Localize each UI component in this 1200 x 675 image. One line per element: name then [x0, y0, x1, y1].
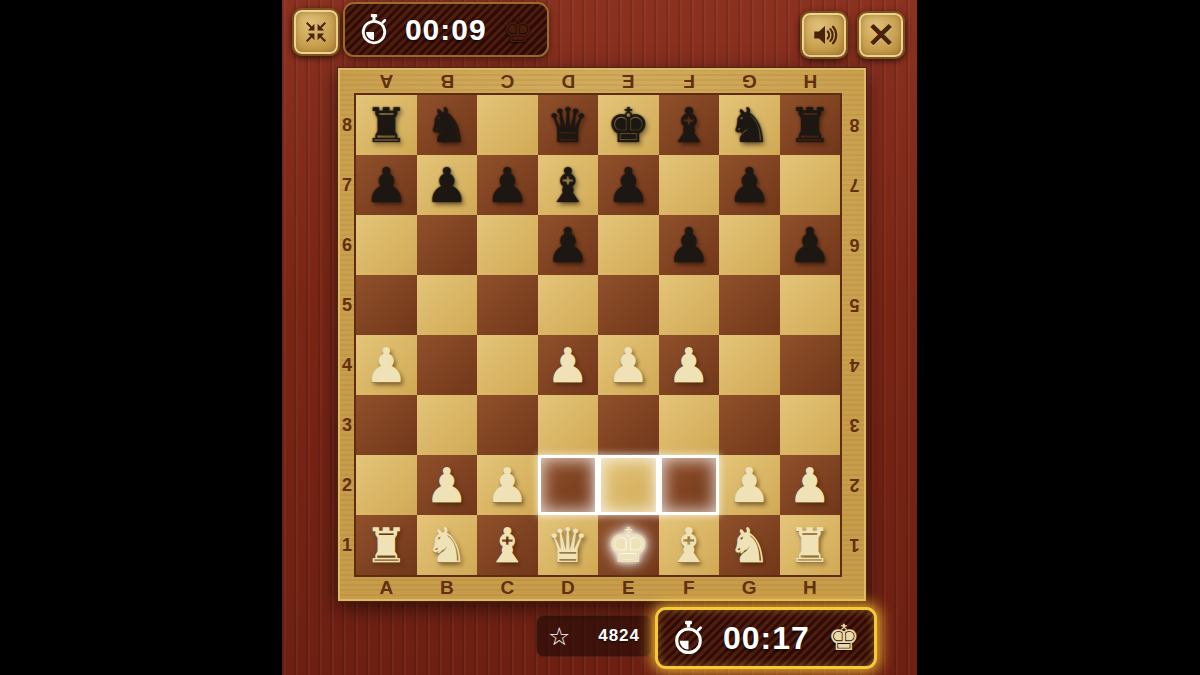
- square-g8[interactable]: ♞: [719, 95, 780, 155]
- piece-white-pawn[interactable]: ♟: [788, 461, 831, 509]
- wood-background: 00:09 ♚ ✕ ABCDEFGH ABCDEFGH 87654321 876…: [282, 0, 917, 675]
- coord-label: 6: [338, 215, 356, 275]
- square-c2[interactable]: ♟: [477, 455, 538, 515]
- square-h6[interactable]: ♟: [780, 215, 841, 275]
- piece-white-queen[interactable]: ♛: [546, 521, 589, 569]
- square-a6[interactable]: [356, 215, 417, 275]
- coord-label: E: [598, 68, 659, 95]
- square-d1[interactable]: ♛: [538, 515, 599, 575]
- white-clock-panel: 00:17 ♚: [655, 607, 877, 669]
- rank-labels-right: 87654321: [843, 95, 866, 575]
- square-a5[interactable]: [356, 275, 417, 335]
- coord-label: E: [598, 575, 659, 601]
- coord-label: F: [659, 68, 720, 95]
- piece-black-bishop[interactable]: ♝: [546, 161, 589, 209]
- square-c8[interactable]: [477, 95, 538, 155]
- speaker-icon: [809, 20, 839, 50]
- square-c1[interactable]: ♝: [477, 515, 538, 575]
- coord-label: D: [538, 68, 599, 95]
- square-b5[interactable]: [417, 275, 478, 335]
- coord-label: 4: [338, 335, 356, 395]
- square-c5[interactable]: [477, 275, 538, 335]
- square-f4[interactable]: ♟: [659, 335, 720, 395]
- piece-white-pawn[interactable]: ♟: [546, 341, 589, 389]
- piece-black-king[interactable]: ♚: [607, 101, 650, 149]
- square-f1[interactable]: ♝: [659, 515, 720, 575]
- piece-black-pawn[interactable]: ♟: [546, 221, 589, 269]
- piece-white-rook[interactable]: ♜: [365, 521, 408, 569]
- piece-white-king[interactable]: ♚: [607, 521, 650, 569]
- close-icon: ✕: [867, 18, 896, 52]
- piece-black-pawn[interactable]: ♟: [365, 161, 408, 209]
- square-c4[interactable]: [477, 335, 538, 395]
- black-king-icon: ♚: [503, 13, 533, 47]
- coord-label: 1: [338, 515, 356, 575]
- coord-label: 2: [843, 455, 866, 515]
- coord-label: C: [477, 575, 538, 601]
- score-value: 4824: [598, 626, 640, 646]
- piece-white-pawn[interactable]: ♟: [486, 461, 529, 509]
- square-c7[interactable]: ♟: [477, 155, 538, 215]
- piece-black-bishop[interactable]: ♝: [667, 101, 710, 149]
- square-g4[interactable]: [719, 335, 780, 395]
- square-h8[interactable]: ♜: [780, 95, 841, 155]
- score-panel: ☆ 4824: [536, 615, 652, 657]
- square-d8[interactable]: ♛: [538, 95, 599, 155]
- square-c3[interactable]: [477, 395, 538, 455]
- piece-white-rook[interactable]: ♜: [788, 521, 831, 569]
- square-a3[interactable]: [356, 395, 417, 455]
- white-king-icon: ♚: [828, 620, 860, 656]
- square-f7[interactable]: [659, 155, 720, 215]
- square-b8[interactable]: ♞: [417, 95, 478, 155]
- fullscreen-button[interactable]: [292, 8, 340, 56]
- piece-white-pawn[interactable]: ♟: [365, 341, 408, 389]
- piece-black-pawn[interactable]: ♟: [486, 161, 529, 209]
- coord-label: A: [356, 575, 417, 601]
- coord-label: G: [719, 68, 780, 95]
- square-d2[interactable]: [538, 455, 599, 515]
- chess-board: ABCDEFGH ABCDEFGH 87654321 87654321 ♜♞♛♚…: [337, 67, 867, 602]
- square-b4[interactable]: [417, 335, 478, 395]
- square-h4[interactable]: [780, 335, 841, 395]
- square-e1[interactable]: ♚: [598, 515, 659, 575]
- square-f6[interactable]: ♟: [659, 215, 720, 275]
- coord-label: 1: [843, 515, 866, 575]
- coord-label: 3: [338, 395, 356, 455]
- file-labels-bottom: ABCDEFGH: [356, 575, 840, 601]
- coord-label: B: [417, 68, 478, 95]
- piece-white-pawn[interactable]: ♟: [728, 461, 771, 509]
- coord-label: 3: [843, 395, 866, 455]
- coord-label: 7: [843, 155, 866, 215]
- coord-label: 2: [338, 455, 356, 515]
- piece-black-pawn[interactable]: ♟: [728, 161, 771, 209]
- stopwatch-icon: [359, 13, 389, 46]
- black-clock-time: 00:09: [405, 13, 487, 47]
- black-clock-panel: 00:09 ♚: [343, 2, 549, 57]
- square-d7[interactable]: ♝: [538, 155, 599, 215]
- square-e5[interactable]: [598, 275, 659, 335]
- piece-white-knight[interactable]: ♞: [728, 521, 771, 569]
- square-e8[interactable]: ♚: [598, 95, 659, 155]
- square-g5[interactable]: [719, 275, 780, 335]
- piece-black-pawn[interactable]: ♟: [667, 221, 710, 269]
- piece-black-pawn[interactable]: ♟: [425, 161, 468, 209]
- square-a1[interactable]: ♜: [356, 515, 417, 575]
- coord-label: A: [356, 68, 417, 95]
- square-a8[interactable]: ♜: [356, 95, 417, 155]
- coord-label: G: [719, 575, 780, 601]
- stopwatch-icon: [672, 620, 705, 656]
- square-d5[interactable]: [538, 275, 599, 335]
- coord-label: 5: [338, 275, 356, 335]
- piece-white-bishop[interactable]: ♝: [667, 521, 710, 569]
- square-e6[interactable]: [598, 215, 659, 275]
- coord-label: F: [659, 575, 720, 601]
- sound-button[interactable]: [800, 11, 848, 59]
- square-h3[interactable]: [780, 395, 841, 455]
- square-b2[interactable]: ♟: [417, 455, 478, 515]
- square-d4[interactable]: ♟: [538, 335, 599, 395]
- coord-label: 8: [843, 95, 866, 155]
- coord-label: 6: [843, 215, 866, 275]
- game-screen: 00:09 ♚ ✕ ABCDEFGH ABCDEFGH 87654321 876…: [0, 0, 1200, 675]
- square-f8[interactable]: ♝: [659, 95, 720, 155]
- square-c6[interactable]: [477, 215, 538, 275]
- square-d6[interactable]: ♟: [538, 215, 599, 275]
- piece-black-pawn[interactable]: ♟: [607, 161, 650, 209]
- square-e3[interactable]: [598, 395, 659, 455]
- piece-black-queen[interactable]: ♛: [546, 101, 589, 149]
- square-a7[interactable]: ♟: [356, 155, 417, 215]
- square-g3[interactable]: [719, 395, 780, 455]
- square-h2[interactable]: ♟: [780, 455, 841, 515]
- square-h1[interactable]: ♜: [780, 515, 841, 575]
- square-b7[interactable]: ♟: [417, 155, 478, 215]
- piece-black-rook[interactable]: ♜: [788, 101, 831, 149]
- close-button[interactable]: ✕: [857, 11, 905, 59]
- coord-label: 8: [338, 95, 356, 155]
- square-e7[interactable]: ♟: [598, 155, 659, 215]
- square-b3[interactable]: [417, 395, 478, 455]
- square-g2[interactable]: ♟: [719, 455, 780, 515]
- square-e4[interactable]: ♟: [598, 335, 659, 395]
- square-a2[interactable]: [356, 455, 417, 515]
- rank-labels-left: 87654321: [338, 95, 356, 575]
- square-b1[interactable]: ♞: [417, 515, 478, 575]
- piece-white-pawn[interactable]: ♟: [425, 461, 468, 509]
- piece-black-knight[interactable]: ♞: [425, 101, 468, 149]
- white-clock-time: 00:17: [723, 620, 810, 657]
- square-f2[interactable]: [659, 455, 720, 515]
- coord-label: C: [477, 68, 538, 95]
- coord-label: 5: [843, 275, 866, 335]
- piece-black-pawn[interactable]: ♟: [788, 221, 831, 269]
- coord-label: B: [417, 575, 478, 601]
- fullscreen-icon: [300, 16, 332, 48]
- board-grid: ♜♞♛♚♝♞♜♟♟♟♝♟♟♟♟♟♟♟♟♟♟♟♟♟♜♞♝♛♚♝♞♜: [356, 95, 840, 575]
- square-g6[interactable]: [719, 215, 780, 275]
- square-f5[interactable]: [659, 275, 720, 335]
- piece-white-pawn[interactable]: ♟: [667, 341, 710, 389]
- coord-label: D: [538, 575, 599, 601]
- coord-label: 7: [338, 155, 356, 215]
- piece-white-pawn[interactable]: ♟: [607, 341, 650, 389]
- square-f3[interactable]: [659, 395, 720, 455]
- coord-label: H: [780, 68, 841, 95]
- piece-white-bishop[interactable]: ♝: [486, 521, 529, 569]
- piece-black-knight[interactable]: ♞: [728, 101, 771, 149]
- square-d3[interactable]: [538, 395, 599, 455]
- piece-black-rook[interactable]: ♜: [365, 101, 408, 149]
- star-icon: ☆: [548, 624, 570, 649]
- square-h7[interactable]: [780, 155, 841, 215]
- file-labels-top: ABCDEFGH: [356, 68, 840, 95]
- piece-white-knight[interactable]: ♞: [425, 521, 468, 569]
- square-a4[interactable]: ♟: [356, 335, 417, 395]
- coord-label: 4: [843, 335, 866, 395]
- square-g7[interactable]: ♟: [719, 155, 780, 215]
- square-b6[interactable]: [417, 215, 478, 275]
- square-e2[interactable]: [598, 455, 659, 515]
- square-g1[interactable]: ♞: [719, 515, 780, 575]
- coord-label: H: [780, 575, 841, 601]
- square-h5[interactable]: [780, 275, 841, 335]
